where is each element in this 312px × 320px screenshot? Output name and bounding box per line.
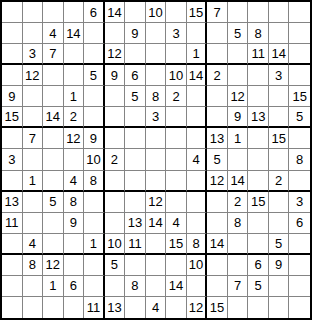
cell-r13c10-given[interactable]: 10	[187, 255, 208, 276]
cell-r1c4-empty[interactable]	[64, 2, 85, 23]
cell-r14c4-given[interactable]: 6	[64, 276, 85, 297]
cell-r1c11-given[interactable]: 7	[207, 2, 228, 23]
cell-r13c4-empty[interactable]	[64, 255, 85, 276]
cell-r3c13-given[interactable]: 11	[248, 44, 269, 65]
cell-r13c15-empty[interactable]	[289, 255, 310, 276]
cell-r1c9-empty[interactable]	[166, 2, 187, 23]
cell-r1c5-given[interactable]: 6	[84, 2, 105, 23]
cell-r15c11-given[interactable]: 15	[207, 297, 228, 318]
cell-r11c5-empty[interactable]	[84, 213, 105, 234]
cell-r12c5-given[interactable]: 1	[84, 234, 105, 255]
cell-r7c1-empty[interactable]	[2, 128, 23, 149]
cell-r12c2-given[interactable]: 4	[23, 234, 44, 255]
cell-r13c3-given[interactable]: 12	[43, 255, 64, 276]
cell-r5c11-empty[interactable]	[207, 86, 228, 107]
cell-r2c9-given[interactable]: 3	[166, 23, 187, 44]
cell-r6c4-given[interactable]: 2	[64, 107, 85, 128]
cell-r3c2-given[interactable]: 3	[23, 44, 44, 65]
cell-r2c7-given[interactable]: 9	[125, 23, 146, 44]
cell-r1c7-empty[interactable]	[125, 2, 146, 23]
cell-r9c14-given[interactable]: 2	[269, 171, 290, 192]
cell-r15c8-given[interactable]: 4	[146, 297, 167, 318]
cell-r3c5-empty[interactable]	[84, 44, 105, 65]
cell-r7c7-empty[interactable]	[125, 128, 146, 149]
cell-r11c6-empty[interactable]	[105, 213, 126, 234]
cell-r13c8-empty[interactable]	[146, 255, 167, 276]
cell-r6c1-given[interactable]: 15	[2, 107, 23, 128]
cell-r4c2-given[interactable]: 12	[23, 65, 44, 86]
cell-r10c10-empty[interactable]	[187, 192, 208, 213]
cell-r5c8-given[interactable]: 8	[146, 86, 167, 107]
cell-r2c5-empty[interactable]	[84, 23, 105, 44]
cell-r5c15-given[interactable]: 15	[289, 86, 310, 107]
cell-r1c8-given[interactable]: 10	[146, 2, 167, 23]
cell-r14c10-empty[interactable]	[187, 276, 208, 297]
cell-r14c11-empty[interactable]	[207, 276, 228, 297]
cell-r8c14-empty[interactable]	[269, 149, 290, 170]
cell-r13c6-given[interactable]: 5	[105, 255, 126, 276]
cell-r3c3-given[interactable]: 7	[43, 44, 64, 65]
cell-r13c13-given[interactable]: 6	[248, 255, 269, 276]
cell-r12c8-empty[interactable]	[146, 234, 167, 255]
cell-r5c10-empty[interactable]	[187, 86, 208, 107]
cell-r6c3-given[interactable]: 14	[43, 107, 64, 128]
cell-r14c3-given[interactable]: 1	[43, 276, 64, 297]
cell-r13c1-empty[interactable]	[2, 255, 23, 276]
cell-r7c4-given[interactable]: 12	[64, 128, 85, 149]
cell-r4c14-given[interactable]: 3	[269, 65, 290, 86]
cell-r10c9-empty[interactable]	[166, 192, 187, 213]
cell-r7c12-given[interactable]: 1	[228, 128, 249, 149]
cell-r10c6-empty[interactable]	[105, 192, 126, 213]
cell-r5c5-empty[interactable]	[84, 86, 105, 107]
cell-r8c6-given[interactable]: 2	[105, 149, 126, 170]
cell-r11c13-empty[interactable]	[248, 213, 269, 234]
cell-r8c2-empty[interactable]	[23, 149, 44, 170]
cell-r10c5-empty[interactable]	[84, 192, 105, 213]
cell-r4c13-empty[interactable]	[248, 65, 269, 86]
cell-r3c11-empty[interactable]	[207, 44, 228, 65]
cell-r1c14-empty[interactable]	[269, 2, 290, 23]
cell-r1c10-given[interactable]: 15	[187, 2, 208, 23]
cell-r4c9-given[interactable]: 10	[166, 65, 187, 86]
cell-r9c11-given[interactable]: 12	[207, 171, 228, 192]
cell-r15c14-empty[interactable]	[269, 297, 290, 318]
cell-r14c6-empty[interactable]	[105, 276, 126, 297]
cell-r10c12-given[interactable]: 2	[228, 192, 249, 213]
cell-r12c12-empty[interactable]	[228, 234, 249, 255]
cell-r7c5-given[interactable]: 9	[84, 128, 105, 149]
cell-r2c11-empty[interactable]	[207, 23, 228, 44]
cell-r8c10-given[interactable]: 4	[187, 149, 208, 170]
cell-r15c7-empty[interactable]	[125, 297, 146, 318]
cell-r5c14-empty[interactable]	[269, 86, 290, 107]
cell-r13c5-empty[interactable]	[84, 255, 105, 276]
cell-r3c6-given[interactable]: 12	[105, 44, 126, 65]
cell-r7c2-given[interactable]: 7	[23, 128, 44, 149]
cell-r9c15-empty[interactable]	[289, 171, 310, 192]
cell-r2c1-empty[interactable]	[2, 23, 23, 44]
cell-r8c12-empty[interactable]	[228, 149, 249, 170]
sudoku-board: 6141015741493583712111141259610142391582…	[0, 0, 312, 320]
cell-r9c10-empty[interactable]	[187, 171, 208, 192]
cell-r5c9-given[interactable]: 2	[166, 86, 187, 107]
cell-r5c3-empty[interactable]	[43, 86, 64, 107]
sudoku-puzzle: 6141015741493583712111141259610142391582…	[0, 0, 312, 320]
cell-r6c5-empty[interactable]	[84, 107, 105, 128]
cell-r10c4-given[interactable]: 8	[64, 192, 85, 213]
cell-r1c15-empty[interactable]	[289, 2, 310, 23]
cell-r7c15-empty[interactable]	[289, 128, 310, 149]
cell-r5c6-empty[interactable]	[105, 86, 126, 107]
cell-r14c1-empty[interactable]	[2, 276, 23, 297]
cell-r15c6-given[interactable]: 13	[105, 297, 126, 318]
cell-r2c15-empty[interactable]	[289, 23, 310, 44]
cell-r6c11-empty[interactable]	[207, 107, 228, 128]
cell-r9c3-empty[interactable]	[43, 171, 64, 192]
cell-r3c7-empty[interactable]	[125, 44, 146, 65]
cell-r9c13-empty[interactable]	[248, 171, 269, 192]
cell-r4c3-empty[interactable]	[43, 65, 64, 86]
cell-r1c1-empty[interactable]	[2, 2, 23, 23]
cell-r6c8-given[interactable]: 3	[146, 107, 167, 128]
cell-r4c10-given[interactable]: 14	[187, 65, 208, 86]
cell-r11c9-given[interactable]: 4	[166, 213, 187, 234]
cell-r8c5-given[interactable]: 10	[84, 149, 105, 170]
cell-r8c4-empty[interactable]	[64, 149, 85, 170]
cell-r3c9-empty[interactable]	[166, 44, 187, 65]
cell-r14c12-given[interactable]: 7	[228, 276, 249, 297]
cell-r15c5-given[interactable]: 11	[84, 297, 105, 318]
cell-r8c9-empty[interactable]	[166, 149, 187, 170]
cell-r6c2-empty[interactable]	[23, 107, 44, 128]
cell-r11c11-empty[interactable]	[207, 213, 228, 234]
cell-r12c1-empty[interactable]	[2, 234, 23, 255]
cell-r15c9-empty[interactable]	[166, 297, 187, 318]
cell-r7c13-empty[interactable]	[248, 128, 269, 149]
cell-r5c7-given[interactable]: 5	[125, 86, 146, 107]
cell-r2c4-given[interactable]: 14	[64, 23, 85, 44]
cell-r11c10-empty[interactable]	[187, 213, 208, 234]
cell-r10c2-empty[interactable]	[23, 192, 44, 213]
cell-r6c7-empty[interactable]	[125, 107, 146, 128]
cell-r14c13-given[interactable]: 5	[248, 276, 269, 297]
cell-r12c3-empty[interactable]	[43, 234, 64, 255]
cell-r14c15-empty[interactable]	[289, 276, 310, 297]
cell-r11c14-empty[interactable]	[269, 213, 290, 234]
cell-r7c11-given[interactable]: 13	[207, 128, 228, 149]
cell-r14c2-empty[interactable]	[23, 276, 44, 297]
cell-r15c12-empty[interactable]	[228, 297, 249, 318]
cell-r9c8-empty[interactable]	[146, 171, 167, 192]
cell-r11c12-given[interactable]: 8	[228, 213, 249, 234]
cell-r15c15-empty[interactable]	[289, 297, 310, 318]
cell-r2c12-given[interactable]: 5	[228, 23, 249, 44]
cell-r4c8-empty[interactable]	[146, 65, 167, 86]
cell-r7c9-empty[interactable]	[166, 128, 187, 149]
cell-r6c6-empty[interactable]	[105, 107, 126, 128]
cell-r7c14-given[interactable]: 15	[269, 128, 290, 149]
cell-r3c14-given[interactable]: 14	[269, 44, 290, 65]
cell-r4c1-empty[interactable]	[2, 65, 23, 86]
cell-r10c11-empty[interactable]	[207, 192, 228, 213]
cell-r1c12-empty[interactable]	[228, 2, 249, 23]
cell-r2c6-empty[interactable]	[105, 23, 126, 44]
cell-r4c12-empty[interactable]	[228, 65, 249, 86]
cell-r12c7-given[interactable]: 11	[125, 234, 146, 255]
cell-r6c10-empty[interactable]	[187, 107, 208, 128]
cell-r4c7-given[interactable]: 6	[125, 65, 146, 86]
cell-r12c15-empty[interactable]	[289, 234, 310, 255]
cell-r3c12-empty[interactable]	[228, 44, 249, 65]
cell-r1c3-empty[interactable]	[43, 2, 64, 23]
cell-r10c3-given[interactable]: 5	[43, 192, 64, 213]
cell-r11c3-empty[interactable]	[43, 213, 64, 234]
cell-r4c4-empty[interactable]	[64, 65, 85, 86]
cell-r15c3-empty[interactable]	[43, 297, 64, 318]
cell-r11c8-given[interactable]: 14	[146, 213, 167, 234]
cell-r11c4-given[interactable]: 9	[64, 213, 85, 234]
cell-r9c9-empty[interactable]	[166, 171, 187, 192]
cell-r4c11-given[interactable]: 2	[207, 65, 228, 86]
cell-r6c13-given[interactable]: 13	[248, 107, 269, 128]
cell-r14c7-given[interactable]: 8	[125, 276, 146, 297]
cell-r12c6-given[interactable]: 10	[105, 234, 126, 255]
cell-r9c6-empty[interactable]	[105, 171, 126, 192]
cell-r7c3-empty[interactable]	[43, 128, 64, 149]
cell-r9c5-given[interactable]: 8	[84, 171, 105, 192]
cell-r8c11-given[interactable]: 5	[207, 149, 228, 170]
cell-r8c3-empty[interactable]	[43, 149, 64, 170]
cell-r7c6-empty[interactable]	[105, 128, 126, 149]
cell-r3c10-given[interactable]: 1	[187, 44, 208, 65]
cell-r11c7-given[interactable]: 13	[125, 213, 146, 234]
cell-r10c15-given[interactable]: 3	[289, 192, 310, 213]
cell-r10c14-empty[interactable]	[269, 192, 290, 213]
cell-r9c12-given[interactable]: 14	[228, 171, 249, 192]
cell-r4c5-given[interactable]: 5	[84, 65, 105, 86]
cell-r13c2-given[interactable]: 8	[23, 255, 44, 276]
cell-r2c13-given[interactable]: 8	[248, 23, 269, 44]
cell-r6c9-empty[interactable]	[166, 107, 187, 128]
cell-r15c2-empty[interactable]	[23, 297, 44, 318]
cell-r14c9-given[interactable]: 14	[166, 276, 187, 297]
cell-r13c7-empty[interactable]	[125, 255, 146, 276]
cell-r11c15-given[interactable]: 6	[289, 213, 310, 234]
cell-r7c10-empty[interactable]	[187, 128, 208, 149]
cell-r5c2-empty[interactable]	[23, 86, 44, 107]
cell-r11c1-given[interactable]: 11	[2, 213, 23, 234]
cell-r4c15-empty[interactable]	[289, 65, 310, 86]
cell-r15c10-given[interactable]: 12	[187, 297, 208, 318]
cell-r6c14-empty[interactable]	[269, 107, 290, 128]
cell-r15c13-empty[interactable]	[248, 297, 269, 318]
cell-r11c2-empty[interactable]	[23, 213, 44, 234]
cell-r12c10-given[interactable]: 8	[187, 234, 208, 255]
cell-r2c8-empty[interactable]	[146, 23, 167, 44]
cell-r13c12-empty[interactable]	[228, 255, 249, 276]
cell-r15c1-empty[interactable]	[2, 297, 23, 318]
cell-r3c15-empty[interactable]	[289, 44, 310, 65]
cell-r6c15-given[interactable]: 5	[289, 107, 310, 128]
cell-r8c13-empty[interactable]	[248, 149, 269, 170]
cell-r1c6-given[interactable]: 14	[105, 2, 126, 23]
cell-r9c1-empty[interactable]	[2, 171, 23, 192]
cell-r7c8-empty[interactable]	[146, 128, 167, 149]
cell-r13c14-given[interactable]: 9	[269, 255, 290, 276]
cell-r2c14-empty[interactable]	[269, 23, 290, 44]
cell-r12c9-given[interactable]: 15	[166, 234, 187, 255]
cell-r12c13-empty[interactable]	[248, 234, 269, 255]
cell-r10c13-given[interactable]: 15	[248, 192, 269, 213]
cell-r13c11-empty[interactable]	[207, 255, 228, 276]
cell-r12c14-given[interactable]: 5	[269, 234, 290, 255]
cell-r8c1-given[interactable]: 3	[2, 149, 23, 170]
cell-r14c5-empty[interactable]	[84, 276, 105, 297]
cell-r10c1-given[interactable]: 13	[2, 192, 23, 213]
cell-r2c10-empty[interactable]	[187, 23, 208, 44]
cell-r8c15-given[interactable]: 8	[289, 149, 310, 170]
cell-r3c4-empty[interactable]	[64, 44, 85, 65]
cell-r8c7-empty[interactable]	[125, 149, 146, 170]
cell-r14c14-empty[interactable]	[269, 276, 290, 297]
cell-r10c8-given[interactable]: 12	[146, 192, 167, 213]
cell-r1c2-empty[interactable]	[23, 2, 44, 23]
cell-r8c8-empty[interactable]	[146, 149, 167, 170]
cell-r5c4-given[interactable]: 1	[64, 86, 85, 107]
cell-r5c12-given[interactable]: 12	[228, 86, 249, 107]
cell-r5c1-given[interactable]: 9	[2, 86, 23, 107]
cell-r4c6-given[interactable]: 9	[105, 65, 126, 86]
cell-r9c7-empty[interactable]	[125, 171, 146, 192]
cell-r6c12-given[interactable]: 9	[228, 107, 249, 128]
cell-r3c1-empty[interactable]	[2, 44, 23, 65]
cell-r5c13-empty[interactable]	[248, 86, 269, 107]
cell-r14c8-empty[interactable]	[146, 276, 167, 297]
cell-r3c8-empty[interactable]	[146, 44, 167, 65]
cell-r13c9-empty[interactable]	[166, 255, 187, 276]
cell-r9c4-given[interactable]: 4	[64, 171, 85, 192]
cell-r2c3-given[interactable]: 4	[43, 23, 64, 44]
cell-r2c2-empty[interactable]	[23, 23, 44, 44]
cell-r10c7-empty[interactable]	[125, 192, 146, 213]
cell-r9c2-given[interactable]: 1	[23, 171, 44, 192]
cell-r12c11-given[interactable]: 14	[207, 234, 228, 255]
cell-r15c4-empty[interactable]	[64, 297, 85, 318]
cell-r1c13-empty[interactable]	[248, 2, 269, 23]
cell-r12c4-empty[interactable]	[64, 234, 85, 255]
